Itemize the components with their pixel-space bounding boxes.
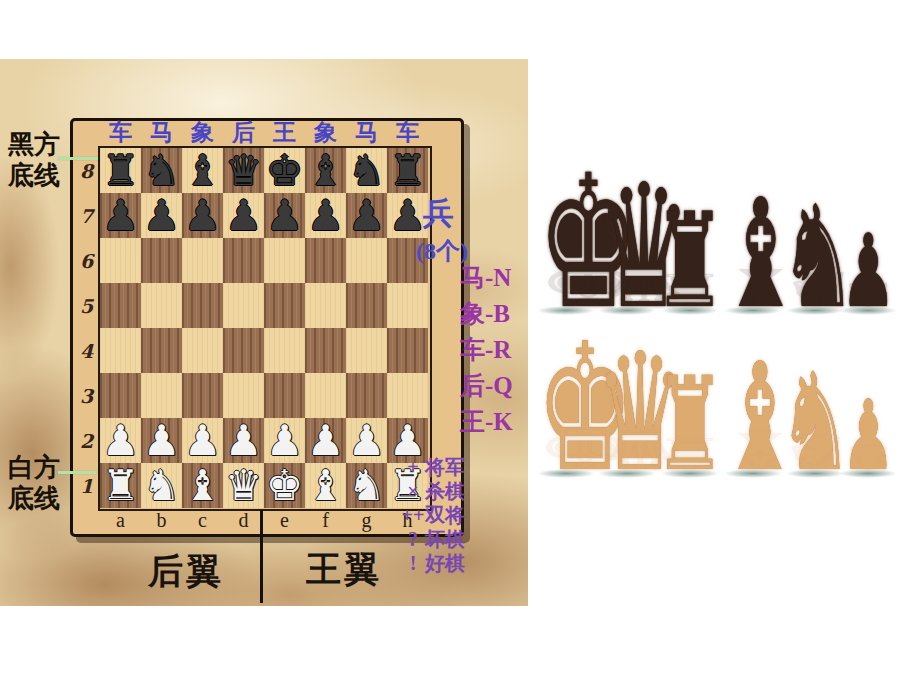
square-b2: ♟ bbox=[141, 418, 182, 463]
piece-black-knight: ♞ bbox=[143, 149, 181, 192]
piece-white-bishop: ♝ bbox=[184, 464, 222, 507]
notation-N: 马-N bbox=[460, 260, 513, 296]
file-label-a: a bbox=[100, 508, 141, 534]
piece-black-rook: ♜ bbox=[389, 149, 427, 192]
file-label-g: g bbox=[346, 508, 387, 534]
piece-black-pawn: ♟ bbox=[307, 194, 345, 237]
move-symbol-meaning: 将军 bbox=[425, 456, 465, 478]
piece-black-bishop: ♝ bbox=[184, 149, 222, 192]
rank-label-1: 1 bbox=[73, 463, 100, 508]
square-h8: ♜ bbox=[387, 148, 428, 193]
white-baseline-pointer-line bbox=[58, 471, 96, 474]
move-symbol-meaning: 好棋 bbox=[425, 552, 465, 574]
move-symbol-row-0: +将军 bbox=[401, 455, 465, 479]
square-e5 bbox=[264, 283, 305, 328]
move-symbol: + bbox=[401, 455, 425, 479]
piece-white-rook: ♜ bbox=[102, 464, 140, 507]
top-piece-label-b: 马 bbox=[141, 120, 182, 147]
square-a4 bbox=[100, 328, 141, 373]
top-piece-label-h: 车 bbox=[387, 120, 428, 147]
square-d7: ♟ bbox=[223, 193, 264, 238]
rank-label-7: 7 bbox=[73, 193, 100, 238]
move-symbol-list: +将军×杀棋++双将?坏棋!好棋 bbox=[401, 455, 465, 575]
square-b6 bbox=[141, 238, 182, 283]
square-a3 bbox=[100, 373, 141, 418]
square-g7: ♟ bbox=[346, 193, 387, 238]
piece-white-pawn: ♟ bbox=[266, 419, 304, 462]
square-c2: ♟ bbox=[182, 418, 223, 463]
square-a8: ♜ bbox=[100, 148, 141, 193]
black-baseline-line1: 黑方 bbox=[8, 129, 68, 160]
square-d4 bbox=[223, 328, 264, 373]
piece-notation-list: 马-N象-B车-R后-Q王-K bbox=[460, 260, 513, 440]
notation-K: 王-K bbox=[460, 404, 513, 440]
square-g2: ♟ bbox=[346, 418, 387, 463]
top-piece-label-a: 车 bbox=[100, 120, 141, 147]
file-label-c: c bbox=[182, 508, 223, 534]
square-b5 bbox=[141, 283, 182, 328]
board-center-divider-line bbox=[260, 510, 263, 603]
square-c7: ♟ bbox=[182, 193, 223, 238]
piece-black-bishop: ♝ bbox=[307, 149, 345, 192]
queenside-label: 后翼 bbox=[148, 548, 224, 595]
square-d1: ♛ bbox=[223, 463, 264, 508]
piece-black-rook: ♜ bbox=[102, 149, 140, 192]
top-piece-label-d: 后 bbox=[223, 120, 264, 147]
square-c8: ♝ bbox=[182, 148, 223, 193]
piece-black-king: ♚ bbox=[266, 149, 304, 192]
move-symbol: ? bbox=[401, 527, 425, 551]
black-baseline-line2: 底线 bbox=[8, 160, 68, 191]
square-e8: ♚ bbox=[264, 148, 305, 193]
piece-white-knight: ♞ bbox=[143, 464, 181, 507]
square-g8: ♞ bbox=[346, 148, 387, 193]
move-symbol-row-1: ×杀棋 bbox=[401, 479, 465, 503]
piece-white-pawn: ♟ bbox=[143, 419, 181, 462]
piece-white-queen: ♛ bbox=[225, 464, 263, 507]
square-f5 bbox=[305, 283, 346, 328]
kingside-label: 王翼 bbox=[306, 546, 382, 593]
parchment-background: 中心 车马象后王象马车87654321♜♞♝♛♚♝♞♜♟♟♟♟♟♟♟♟♟♟♟♟♟… bbox=[0, 59, 528, 606]
piece-black-pawn: ♟ bbox=[143, 194, 181, 237]
top-piece-label-g: 马 bbox=[346, 120, 387, 147]
move-symbol-meaning: 杀棋 bbox=[425, 480, 465, 502]
square-c5 bbox=[182, 283, 223, 328]
square-b7: ♟ bbox=[141, 193, 182, 238]
piece-white-pawn: ♟ bbox=[102, 419, 140, 462]
move-symbol: ++ bbox=[401, 503, 425, 527]
square-a1: ♜ bbox=[100, 463, 141, 508]
rank-label-8: 8 bbox=[73, 148, 100, 193]
black-baseline-label: 黑方 底线 bbox=[8, 129, 68, 191]
move-symbol-meaning: 双将 bbox=[425, 504, 465, 526]
light-pawn-photo: ♟♟ bbox=[808, 387, 920, 473]
square-f6 bbox=[305, 238, 346, 283]
piece-white-bishop: ♝ bbox=[307, 464, 345, 507]
square-f4 bbox=[305, 328, 346, 373]
square-h7: ♟ bbox=[387, 193, 428, 238]
square-d8: ♛ bbox=[223, 148, 264, 193]
square-c4 bbox=[182, 328, 223, 373]
rank-label-5: 5 bbox=[73, 283, 100, 328]
top-piece-label-f: 象 bbox=[305, 120, 346, 147]
pawn-label: 兵 bbox=[423, 193, 454, 235]
square-e1: ♚ bbox=[264, 463, 305, 508]
square-d2: ♟ bbox=[223, 418, 264, 463]
piece-black-knight: ♞ bbox=[348, 149, 386, 192]
notation-B: 象-B bbox=[460, 296, 513, 332]
square-d3 bbox=[223, 373, 264, 418]
square-c3 bbox=[182, 373, 223, 418]
piece-white-pawn: ♟ bbox=[225, 419, 263, 462]
square-b4 bbox=[141, 328, 182, 373]
top-piece-label-c: 象 bbox=[182, 120, 223, 147]
white-baseline-line2: 底线 bbox=[8, 483, 68, 514]
rank-label-6: 6 bbox=[73, 238, 100, 283]
notation-Q: 后-Q bbox=[460, 368, 513, 404]
square-f3 bbox=[305, 373, 346, 418]
piece-black-pawn: ♟ bbox=[102, 194, 140, 237]
piece-black-pawn: ♟ bbox=[225, 194, 263, 237]
top-piece-label-e: 王 bbox=[264, 120, 305, 147]
square-c6 bbox=[182, 238, 223, 283]
square-b3 bbox=[141, 373, 182, 418]
file-label-f: f bbox=[305, 508, 346, 534]
piece-white-knight: ♞ bbox=[348, 464, 386, 507]
square-e7: ♟ bbox=[264, 193, 305, 238]
square-a7: ♟ bbox=[100, 193, 141, 238]
square-a2: ♟ bbox=[100, 418, 141, 463]
square-g3 bbox=[346, 373, 387, 418]
piece-white-pawn: ♟ bbox=[184, 419, 222, 462]
square-e4 bbox=[264, 328, 305, 373]
square-a6 bbox=[100, 238, 141, 283]
piece-black-pawn: ♟ bbox=[389, 194, 427, 237]
piece-black-pawn: ♟ bbox=[348, 194, 386, 237]
file-label-e: e bbox=[264, 508, 305, 534]
move-symbol-row-4: !好棋 bbox=[401, 551, 465, 575]
chess-pieces-photo-panel: ♚♚♛♛♜♜♝♝♞♞♟♟♚♚♛♛♜♜♝♝♞♞♟♟ bbox=[528, 0, 920, 690]
square-g4 bbox=[346, 328, 387, 373]
square-f2: ♟ bbox=[305, 418, 346, 463]
square-f1: ♝ bbox=[305, 463, 346, 508]
piece-white-pawn: ♟ bbox=[307, 419, 345, 462]
file-label-b: b bbox=[141, 508, 182, 534]
piece-white-king: ♚ bbox=[266, 464, 304, 507]
move-symbol-row-2: ++双将 bbox=[401, 503, 465, 527]
rank-label-2: 2 bbox=[73, 418, 100, 463]
file-label-d: d bbox=[223, 508, 264, 534]
piece-black-pawn: ♟ bbox=[184, 194, 222, 237]
light-pieces-row: ♚♚♛♛♜♜♝♝♞♞♟♟ bbox=[528, 0, 920, 473]
move-symbol: ! bbox=[401, 551, 425, 575]
move-symbol-row-3: ?坏棋 bbox=[401, 527, 465, 551]
square-g1: ♞ bbox=[346, 463, 387, 508]
square-a5 bbox=[100, 283, 141, 328]
square-d6 bbox=[223, 238, 264, 283]
square-f7: ♟ bbox=[305, 193, 346, 238]
pawn-glyph: ♟ bbox=[841, 387, 895, 484]
square-h4 bbox=[387, 328, 428, 373]
move-symbol-meaning: 坏棋 bbox=[425, 528, 465, 550]
rank-label-3: 3 bbox=[73, 373, 100, 418]
square-h3 bbox=[387, 373, 428, 418]
square-e3 bbox=[264, 373, 305, 418]
chess-lesson-slide: 中心 车马象后王象马车87654321♜♞♝♛♚♝♞♜♟♟♟♟♟♟♟♟♟♟♟♟♟… bbox=[0, 0, 920, 690]
square-h5 bbox=[387, 283, 428, 328]
square-b8: ♞ bbox=[141, 148, 182, 193]
piece-black-pawn: ♟ bbox=[266, 194, 304, 237]
black-baseline-pointer-line bbox=[58, 157, 98, 160]
white-baseline-label: 白方 底线 bbox=[8, 452, 68, 514]
move-symbol: × bbox=[401, 479, 425, 503]
square-g6 bbox=[346, 238, 387, 283]
notation-R: 车-R bbox=[460, 332, 513, 368]
rank-label-4: 4 bbox=[73, 328, 100, 373]
square-d5 bbox=[223, 283, 264, 328]
square-b1: ♞ bbox=[141, 463, 182, 508]
square-e2: ♟ bbox=[264, 418, 305, 463]
white-baseline-line1: 白方 bbox=[8, 452, 68, 483]
piece-black-queen: ♛ bbox=[225, 149, 263, 192]
piece-white-pawn: ♟ bbox=[348, 419, 386, 462]
square-c1: ♝ bbox=[182, 463, 223, 508]
square-f8: ♝ bbox=[305, 148, 346, 193]
square-e6 bbox=[264, 238, 305, 283]
square-g5 bbox=[346, 283, 387, 328]
